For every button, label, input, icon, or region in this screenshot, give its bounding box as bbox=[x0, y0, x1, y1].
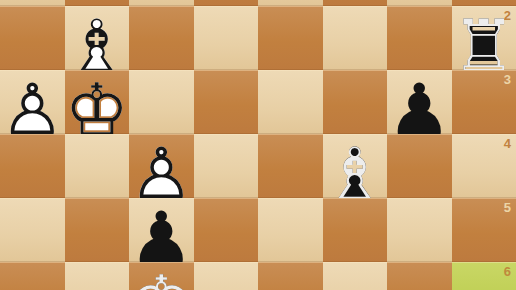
square-f3[interactable] bbox=[129, 70, 194, 134]
square-d6[interactable] bbox=[258, 262, 323, 290]
square-b4[interactable] bbox=[387, 134, 452, 198]
square-g6[interactable] bbox=[65, 262, 130, 290]
rank-label-5: 5 bbox=[504, 201, 511, 214]
square-a3[interactable]: 3 bbox=[452, 70, 516, 134]
rank-label-6: 6 bbox=[504, 265, 511, 278]
square-h4[interactable] bbox=[0, 134, 65, 198]
square-c6[interactable] bbox=[323, 262, 388, 290]
square-f5[interactable]: ♟ bbox=[129, 198, 194, 262]
square-d2[interactable] bbox=[258, 6, 323, 70]
square-e4[interactable] bbox=[194, 134, 259, 198]
square-f6[interactable]: ♚♔ bbox=[129, 262, 194, 290]
black-king-outline-glyph: ♔ bbox=[125, 266, 197, 290]
rank-label-3: 3 bbox=[504, 73, 511, 86]
chess-app-viewport: ♝♗2♜♖♟♙♚♔♟3♟♙♝♗4♟5♚♔6 bbox=[0, 0, 516, 290]
square-g5[interactable] bbox=[65, 198, 130, 262]
black-king[interactable]: ♚♔ bbox=[125, 266, 197, 290]
square-b5[interactable] bbox=[387, 198, 452, 262]
square-f2[interactable] bbox=[129, 6, 194, 70]
square-c2[interactable] bbox=[323, 6, 388, 70]
square-h6[interactable] bbox=[0, 262, 65, 290]
square-h2[interactable] bbox=[0, 6, 65, 70]
square-c5[interactable] bbox=[323, 198, 388, 262]
square-a4[interactable]: 4 bbox=[452, 134, 516, 198]
square-g3[interactable]: ♚♔ bbox=[65, 70, 130, 134]
square-a6[interactable]: 6 bbox=[452, 262, 516, 290]
square-e2[interactable] bbox=[194, 6, 259, 70]
square-e3[interactable] bbox=[194, 70, 259, 134]
square-h3[interactable]: ♟♙ bbox=[0, 70, 65, 134]
square-b6[interactable] bbox=[387, 262, 452, 290]
chess-board: ♝♗2♜♖♟♙♚♔♟3♟♙♝♗4♟5♚♔6 bbox=[0, 0, 516, 290]
square-e5[interactable] bbox=[194, 198, 259, 262]
square-g2[interactable]: ♝♗ bbox=[65, 6, 130, 70]
square-a5[interactable]: 5 bbox=[452, 198, 516, 262]
square-b3[interactable]: ♟ bbox=[387, 70, 452, 134]
square-a2[interactable]: 2♜♖ bbox=[452, 6, 516, 70]
square-d3[interactable] bbox=[258, 70, 323, 134]
square-c4[interactable]: ♝♗ bbox=[323, 134, 388, 198]
square-b2[interactable] bbox=[387, 6, 452, 70]
square-h5[interactable] bbox=[0, 198, 65, 262]
rank-label-4: 4 bbox=[504, 137, 511, 150]
square-c3[interactable] bbox=[323, 70, 388, 134]
square-d4[interactable] bbox=[258, 134, 323, 198]
square-f4[interactable]: ♟♙ bbox=[129, 134, 194, 198]
square-e6[interactable] bbox=[194, 262, 259, 290]
square-d5[interactable] bbox=[258, 198, 323, 262]
square-g4[interactable] bbox=[65, 134, 130, 198]
